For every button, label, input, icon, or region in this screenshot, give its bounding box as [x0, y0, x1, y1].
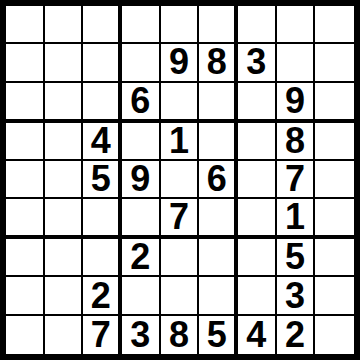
sudoku-cell[interactable]: [161, 6, 200, 44]
sudoku-cell[interactable]: [83, 239, 122, 277]
sudoku-cell[interactable]: [238, 199, 277, 239]
sudoku-cell[interactable]: [315, 277, 354, 315]
sudoku-cell[interactable]: 7: [277, 161, 316, 199]
sudoku-cell[interactable]: [45, 316, 84, 354]
sudoku-cell[interactable]: [238, 123, 277, 161]
sudoku-cell[interactable]: [83, 44, 122, 82]
sudoku-cell[interactable]: [315, 123, 354, 161]
sudoku-cell[interactable]: 6: [199, 161, 238, 199]
sudoku-cell[interactable]: [6, 123, 45, 161]
sudoku-cell[interactable]: 9: [277, 83, 316, 123]
sudoku-cell[interactable]: 4: [83, 123, 122, 161]
sudoku-cell[interactable]: [161, 161, 200, 199]
sudoku-cell[interactable]: 8: [199, 44, 238, 82]
sudoku-cell[interactable]: [238, 83, 277, 123]
sudoku-cell[interactable]: [199, 123, 238, 161]
sudoku-cell[interactable]: [238, 6, 277, 44]
sudoku-cell[interactable]: 3: [238, 44, 277, 82]
sudoku-cell[interactable]: [315, 316, 354, 354]
sudoku-cell[interactable]: 4: [238, 316, 277, 354]
sudoku-cell[interactable]: [315, 44, 354, 82]
sudoku-cell[interactable]: [122, 277, 161, 315]
sudoku-cell[interactable]: [45, 123, 84, 161]
sudoku-cell[interactable]: [6, 161, 45, 199]
sudoku-cell[interactable]: 7: [83, 316, 122, 354]
sudoku-cell[interactable]: 2: [83, 277, 122, 315]
sudoku-cell[interactable]: 6: [122, 83, 161, 123]
sudoku-cell[interactable]: [6, 239, 45, 277]
sudoku-cell[interactable]: [83, 6, 122, 44]
sudoku-cell[interactable]: [199, 277, 238, 315]
sudoku-cell[interactable]: 3: [122, 316, 161, 354]
sudoku-cell[interactable]: [45, 199, 84, 239]
sudoku-cell[interactable]: 7: [161, 199, 200, 239]
sudoku-cell[interactable]: [161, 83, 200, 123]
sudoku-cell[interactable]: [45, 161, 84, 199]
sudoku-cell[interactable]: [6, 6, 45, 44]
sudoku-cell[interactable]: [122, 123, 161, 161]
sudoku-cell[interactable]: 2: [122, 239, 161, 277]
sudoku-cell[interactable]: [122, 199, 161, 239]
sudoku-cell[interactable]: [199, 239, 238, 277]
sudoku-cell[interactable]: 9: [122, 161, 161, 199]
sudoku-cell[interactable]: [122, 44, 161, 82]
sudoku-cell[interactable]: [238, 277, 277, 315]
sudoku-cell[interactable]: [45, 239, 84, 277]
sudoku-board: 9 8 3 6 9 4 1 8 5 9 6 7 7 1 2 5 2 3: [0, 0, 360, 360]
sudoku-cell[interactable]: [315, 239, 354, 277]
sudoku-cell[interactable]: 1: [161, 123, 200, 161]
sudoku-cell[interactable]: [122, 6, 161, 44]
sudoku-cell[interactable]: [315, 83, 354, 123]
sudoku-cell[interactable]: 8: [161, 316, 200, 354]
sudoku-cell[interactable]: [45, 277, 84, 315]
sudoku-cell[interactable]: [6, 44, 45, 82]
sudoku-cell[interactable]: [199, 199, 238, 239]
sudoku-cell[interactable]: [6, 316, 45, 354]
sudoku-cell[interactable]: [6, 277, 45, 315]
sudoku-cell[interactable]: [161, 239, 200, 277]
sudoku-cell[interactable]: 3: [277, 277, 316, 315]
sudoku-cell[interactable]: [6, 83, 45, 123]
sudoku-cell[interactable]: 9: [161, 44, 200, 82]
sudoku-cell[interactable]: [277, 44, 316, 82]
sudoku-cell[interactable]: [238, 239, 277, 277]
sudoku-cell[interactable]: 5: [277, 239, 316, 277]
sudoku-cell[interactable]: [45, 83, 84, 123]
sudoku-cell[interactable]: [277, 6, 316, 44]
sudoku-cell[interactable]: 5: [199, 316, 238, 354]
sudoku-cell[interactable]: 1: [277, 199, 316, 239]
sudoku-cell[interactable]: 2: [277, 316, 316, 354]
sudoku-cell[interactable]: [315, 161, 354, 199]
sudoku-cell[interactable]: [199, 6, 238, 44]
sudoku-cell[interactable]: [315, 199, 354, 239]
sudoku-cell[interactable]: [161, 277, 200, 315]
sudoku-cell[interactable]: [6, 199, 45, 239]
sudoku-cell[interactable]: [238, 161, 277, 199]
sudoku-cell[interactable]: [315, 6, 354, 44]
sudoku-cell[interactable]: [83, 199, 122, 239]
sudoku-cell[interactable]: [45, 6, 84, 44]
sudoku-cell[interactable]: [45, 44, 84, 82]
sudoku-cell[interactable]: 5: [83, 161, 122, 199]
sudoku-cell[interactable]: [199, 83, 238, 123]
sudoku-cell[interactable]: 8: [277, 123, 316, 161]
sudoku-cell[interactable]: [83, 83, 122, 123]
